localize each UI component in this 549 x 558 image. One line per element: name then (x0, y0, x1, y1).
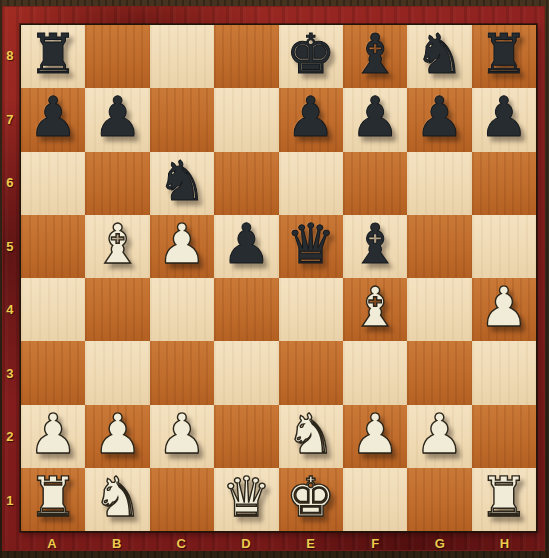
piece-black-king[interactable]: ♚ (286, 27, 335, 82)
square-e7[interactable]: ♟ (279, 88, 343, 151)
square-d6[interactable] (214, 152, 278, 215)
square-a6[interactable] (21, 152, 85, 215)
rank-label-8: 8 (0, 24, 20, 88)
square-a1[interactable]: ♜ (21, 468, 85, 531)
piece-white-queen[interactable]: ♛ (222, 470, 271, 525)
square-c3[interactable] (150, 341, 214, 404)
square-e5[interactable]: ♛ (279, 215, 343, 278)
square-f7[interactable]: ♟ (343, 88, 407, 151)
square-b8[interactable] (85, 25, 149, 88)
square-a2[interactable]: ♟ (21, 405, 85, 468)
piece-white-pawn[interactable]: ♟ (93, 407, 142, 462)
file-label-h: H (472, 533, 537, 553)
square-b5[interactable]: ♝ (85, 215, 149, 278)
square-b4[interactable] (85, 278, 149, 341)
square-a8[interactable]: ♜ (21, 25, 85, 88)
square-f5[interactable]: ♝ (343, 215, 407, 278)
piece-white-pawn[interactable]: ♟ (479, 280, 528, 335)
square-b3[interactable] (85, 341, 149, 404)
rank-label-3: 3 (0, 342, 20, 406)
piece-white-knight[interactable]: ♞ (286, 407, 335, 462)
square-h5[interactable] (472, 215, 536, 278)
square-c6[interactable]: ♞ (150, 152, 214, 215)
square-g1[interactable] (407, 468, 471, 531)
piece-black-bishop[interactable]: ♝ (350, 27, 399, 82)
piece-white-pawn[interactable]: ♟ (29, 407, 78, 462)
square-e2[interactable]: ♞ (279, 405, 343, 468)
piece-black-pawn[interactable]: ♟ (479, 90, 528, 145)
square-h1[interactable]: ♜ (472, 468, 536, 531)
square-c5[interactable]: ♟ (150, 215, 214, 278)
square-d5[interactable]: ♟ (214, 215, 278, 278)
square-f2[interactable]: ♟ (343, 405, 407, 468)
piece-white-pawn[interactable]: ♟ (157, 407, 206, 462)
rank-label-1: 1 (0, 469, 20, 533)
file-label-a: A (20, 533, 85, 553)
square-h7[interactable]: ♟ (472, 88, 536, 151)
file-label-f: F (343, 533, 408, 553)
piece-white-bishop[interactable]: ♝ (350, 280, 399, 335)
square-c2[interactable]: ♟ (150, 405, 214, 468)
piece-black-rook[interactable]: ♜ (479, 27, 528, 82)
square-g5[interactable] (407, 215, 471, 278)
square-d8[interactable] (214, 25, 278, 88)
square-b1[interactable]: ♞ (85, 468, 149, 531)
rank-label-4: 4 (0, 278, 20, 342)
square-g6[interactable] (407, 152, 471, 215)
square-a7[interactable]: ♟ (21, 88, 85, 151)
rank-label-2: 2 (0, 405, 20, 469)
square-e1[interactable]: ♚ (279, 468, 343, 531)
piece-black-rook[interactable]: ♜ (29, 27, 78, 82)
piece-white-pawn[interactable]: ♟ (350, 407, 399, 462)
piece-black-pawn[interactable]: ♟ (93, 90, 142, 145)
square-h2[interactable] (472, 405, 536, 468)
piece-black-knight[interactable]: ♞ (157, 154, 206, 209)
piece-black-pawn[interactable]: ♟ (415, 90, 464, 145)
square-h3[interactable] (472, 341, 536, 404)
square-a5[interactable] (21, 215, 85, 278)
square-g2[interactable]: ♟ (407, 405, 471, 468)
piece-white-bishop[interactable]: ♝ (93, 217, 142, 272)
square-d3[interactable] (214, 341, 278, 404)
piece-black-pawn[interactable]: ♟ (350, 90, 399, 145)
piece-black-queen[interactable]: ♛ (286, 217, 335, 272)
square-g4[interactable] (407, 278, 471, 341)
square-a3[interactable] (21, 341, 85, 404)
square-h6[interactable] (472, 152, 536, 215)
file-label-g: G (408, 533, 473, 553)
chess-board: ♜♚♝♞♜♟♟♟♟♟♟♞♝♟♟♛♝♝♟♟♟♟♞♟♟♜♞♛♚♜ (20, 24, 537, 532)
rank-label-7: 7 (0, 88, 20, 152)
square-c8[interactable] (150, 25, 214, 88)
square-f4[interactable]: ♝ (343, 278, 407, 341)
file-label-b: B (85, 533, 150, 553)
square-e6[interactable] (279, 152, 343, 215)
square-f8[interactable]: ♝ (343, 25, 407, 88)
square-e3[interactable] (279, 341, 343, 404)
chess-app-window: 87654321 ABCDEFGH ♜♚♝♞♜♟♟♟♟♟♟♞♝♟♟♛♝♝♟♟♟♟… (0, 0, 549, 558)
square-f1[interactable] (343, 468, 407, 531)
square-c7[interactable] (150, 88, 214, 151)
square-c4[interactable] (150, 278, 214, 341)
rank-label-5: 5 (0, 215, 20, 279)
square-d4[interactable] (214, 278, 278, 341)
file-label-c: C (149, 533, 214, 553)
square-e8[interactable]: ♚ (279, 25, 343, 88)
piece-white-rook[interactable]: ♜ (29, 470, 78, 525)
square-h4[interactable]: ♟ (472, 278, 536, 341)
file-label-d: D (214, 533, 279, 553)
square-h8[interactable]: ♜ (472, 25, 536, 88)
rank-label-6: 6 (0, 151, 20, 215)
square-a4[interactable] (21, 278, 85, 341)
piece-black-knight[interactable]: ♞ (415, 27, 464, 82)
piece-white-rook[interactable]: ♜ (479, 470, 528, 525)
square-e4[interactable] (279, 278, 343, 341)
square-d1[interactable]: ♛ (214, 468, 278, 531)
square-g7[interactable]: ♟ (407, 88, 471, 151)
square-g8[interactable]: ♞ (407, 25, 471, 88)
rank-labels: 87654321 (0, 24, 20, 532)
file-label-e: E (279, 533, 344, 553)
square-c1[interactable] (150, 468, 214, 531)
square-b6[interactable] (85, 152, 149, 215)
file-labels: ABCDEFGH (20, 533, 537, 553)
piece-white-pawn[interactable]: ♟ (415, 407, 464, 462)
square-b2[interactable]: ♟ (85, 405, 149, 468)
piece-black-pawn[interactable]: ♟ (222, 217, 271, 272)
square-d7[interactable] (214, 88, 278, 151)
square-g3[interactable] (407, 341, 471, 404)
piece-black-pawn[interactable]: ♟ (286, 90, 335, 145)
piece-white-king[interactable]: ♚ (286, 470, 335, 525)
square-b7[interactable]: ♟ (85, 88, 149, 151)
piece-black-pawn[interactable]: ♟ (29, 90, 78, 145)
piece-white-pawn[interactable]: ♟ (157, 217, 206, 272)
square-f6[interactable] (343, 152, 407, 215)
piece-white-knight[interactable]: ♞ (93, 470, 142, 525)
piece-black-bishop[interactable]: ♝ (350, 217, 399, 272)
square-f3[interactable] (343, 341, 407, 404)
square-d2[interactable] (214, 405, 278, 468)
